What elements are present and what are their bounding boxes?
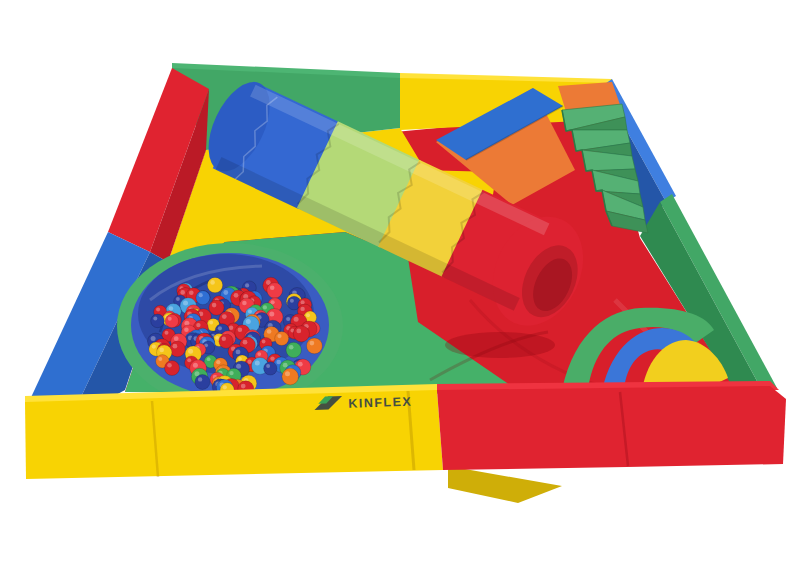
ball-highlight [212, 303, 217, 308]
ball [307, 338, 323, 354]
ball-highlight [286, 317, 290, 321]
ball [293, 326, 309, 342]
ball-highlight [257, 352, 261, 356]
ball-highlight [270, 356, 274, 360]
ball [207, 277, 222, 292]
ball-highlight [199, 293, 203, 297]
ball-highlight [218, 326, 222, 330]
ball-highlight [236, 350, 241, 355]
ball-highlight [187, 358, 191, 362]
ball-highlight [306, 313, 310, 317]
ball-highlight [238, 328, 243, 333]
ball-highlight [152, 345, 156, 349]
ball-highlight [277, 334, 281, 338]
ball-highlight [159, 348, 164, 353]
logo-text: KINFLEX [348, 395, 412, 411]
ball [286, 342, 301, 357]
ball [264, 362, 277, 375]
ball-highlight [262, 340, 266, 344]
ball-highlight [266, 364, 270, 368]
ball-highlight [207, 357, 211, 361]
ball-highlight [222, 337, 226, 341]
ball-highlight [270, 285, 275, 290]
ball-highlight [196, 323, 200, 327]
ball-highlight [169, 306, 174, 311]
ball-highlight [184, 328, 189, 333]
ball-highlight [174, 336, 179, 341]
ball [195, 375, 210, 390]
ball-highlight [153, 317, 157, 321]
ball [275, 332, 289, 346]
ball-highlight [285, 371, 290, 376]
ball-highlight [246, 319, 251, 324]
ball-highlight [158, 357, 162, 361]
soft-play-set-illustration: KINFLEX [0, 0, 800, 588]
ball-highlight [255, 361, 260, 366]
ball [282, 368, 299, 385]
front-wall-seam-fold [448, 466, 562, 503]
ball-highlight [229, 326, 233, 330]
ball-highlight [245, 283, 249, 287]
ball-highlight [243, 340, 248, 345]
ball-highlight [247, 360, 251, 364]
ball-highlight [209, 321, 213, 325]
ball-highlight [238, 357, 242, 361]
ball-highlight [290, 299, 294, 303]
ball-highlight [222, 314, 227, 319]
ball-highlight [193, 363, 198, 368]
ball-highlight [236, 364, 241, 369]
ball-highlight [242, 301, 247, 306]
product-photo: KINFLEX [0, 0, 800, 588]
front-walls: KINFLEX [25, 381, 786, 503]
ball-highlight [176, 297, 180, 301]
ball [267, 283, 283, 299]
ball-highlight [248, 310, 252, 314]
ball-highlight [263, 305, 267, 309]
ball-highlight [151, 336, 156, 341]
ball [165, 361, 180, 376]
ball [151, 314, 165, 328]
ball-highlight [183, 301, 188, 306]
ball-highlight [296, 329, 301, 334]
ball-highlight [156, 308, 160, 312]
ball-highlight [269, 312, 274, 317]
ball-highlight [267, 329, 272, 334]
ball-highlight [241, 384, 246, 389]
ball-highlight [283, 363, 288, 368]
ball-highlight [198, 377, 202, 381]
front-wall-red [437, 386, 786, 470]
ball-highlight [298, 362, 303, 367]
ball-highlight [215, 336, 219, 340]
ball-highlight [189, 290, 194, 295]
ball-highlight [300, 307, 304, 311]
ball-highlight [168, 317, 172, 321]
ball-highlight [223, 385, 227, 389]
ball-highlight [294, 317, 299, 322]
ball-highlight [229, 371, 233, 375]
ball-highlight [167, 363, 172, 368]
ball-highlight [310, 341, 315, 346]
ball [165, 314, 178, 327]
ball [196, 291, 210, 305]
ball-highlight [173, 344, 178, 349]
ball-highlight [234, 293, 239, 298]
ball-highlight [210, 280, 215, 285]
ball-highlight [180, 290, 185, 295]
ball-highlight [188, 349, 193, 354]
ball-highlight [165, 331, 169, 335]
ball-highlight [276, 360, 281, 365]
tunnel-shadow [445, 332, 555, 358]
ball-highlight [216, 360, 220, 364]
ball-highlight [289, 345, 294, 350]
ball-pit [117, 243, 343, 409]
ball-highlight [223, 290, 228, 295]
